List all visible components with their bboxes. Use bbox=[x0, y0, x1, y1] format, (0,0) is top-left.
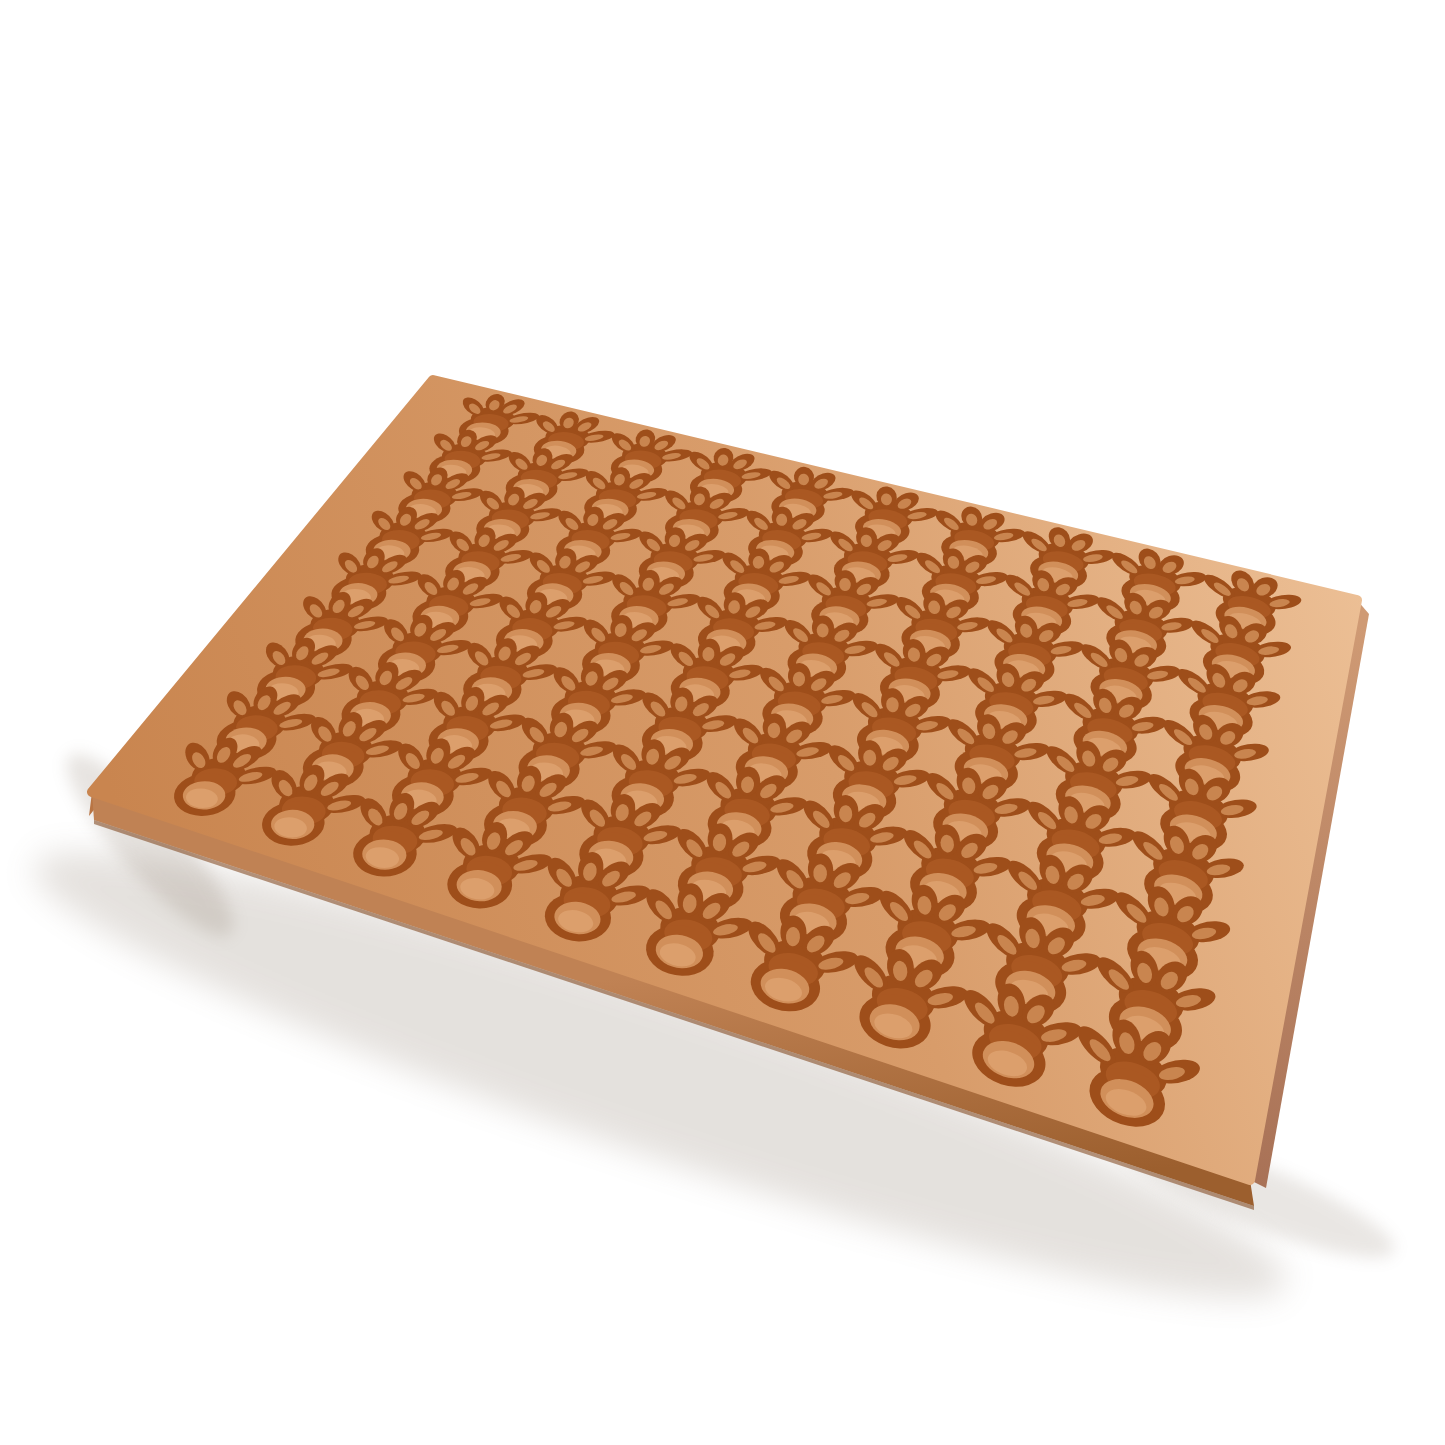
product-photo bbox=[0, 0, 1445, 1445]
paw-mold-photo bbox=[0, 0, 1445, 1445]
